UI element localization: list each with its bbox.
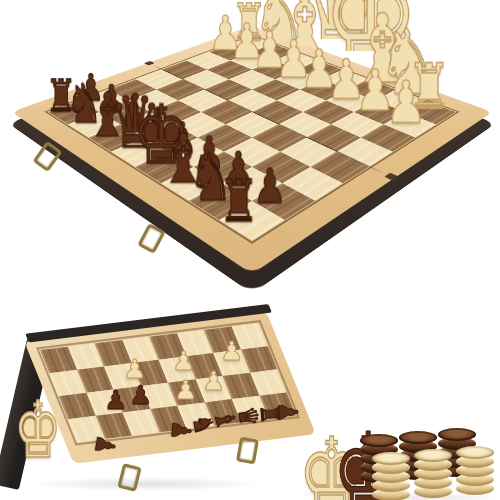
- piece-light-p: ♟: [230, 18, 254, 64]
- piece-light-p: ♟: [172, 348, 195, 374]
- main-board: ♜♞♝♛♚♝♞♜♟♟♟♟♟♟♟♟♟♟♟♟♟♟♟♟♜♞♝♛♚♝♞♜: [12, 25, 493, 274]
- piece-light-p: ♟: [327, 53, 355, 105]
- piece-light-p: ♟: [355, 63, 383, 117]
- checker-disc: [414, 458, 452, 471]
- checker-disc: [456, 455, 494, 468]
- piece-dark-p: ♟: [129, 382, 152, 408]
- brass-clasp-icon: [236, 437, 259, 465]
- checker-disc: [456, 446, 494, 459]
- checker-disc: [414, 485, 452, 498]
- checker-disc: [360, 443, 398, 456]
- folded-board-view: ♚ ♟♟♟♟♟♟♟♟♟♞♝♛♜♟: [0, 295, 300, 500]
- checker-disc: [360, 461, 398, 474]
- piece-light-p: ♟: [301, 44, 328, 95]
- checker-disc: [438, 437, 476, 450]
- checker-disc: [438, 428, 476, 441]
- checker-disc: [438, 446, 476, 459]
- checker-disc: [456, 473, 494, 486]
- piece-light-p: ♟: [386, 74, 415, 130]
- piece-light-p: ♟: [123, 356, 146, 382]
- checker-disc: [399, 431, 437, 444]
- checker-disc: [438, 455, 476, 468]
- piece-light-k: ♚: [298, 424, 365, 500]
- piece-light-p: ♟: [276, 35, 302, 84]
- shadow: [296, 490, 382, 499]
- checker-disc: [372, 470, 410, 483]
- folded-overlay: ♟♟♟♟♟♟♟♟♟♞♝♛♜♟: [0, 295, 300, 500]
- checker-disc: [360, 452, 398, 465]
- shadow: [360, 493, 500, 500]
- piece-dark-k: ♚: [332, 418, 404, 500]
- brass-clasp-icon: [117, 463, 141, 492]
- piece-dark-p: ♟: [91, 433, 120, 457]
- checker-disc: [456, 464, 494, 477]
- checker-disc: [372, 479, 410, 492]
- piece-dark-p: ♟: [275, 402, 301, 422]
- piece-dark-r: ♜: [219, 174, 256, 229]
- checker-disc: [399, 467, 437, 480]
- checker-disc: [372, 452, 410, 465]
- checker-disc: [399, 440, 437, 453]
- checker-disc: [414, 449, 452, 462]
- piece-light-p: ♟: [252, 26, 277, 74]
- piece-light-p: ♟: [202, 368, 225, 394]
- checker-disc: [438, 464, 476, 477]
- checker-disc: [414, 476, 452, 489]
- checker-disc: [399, 458, 437, 471]
- checker-disc: [456, 482, 494, 495]
- checker-disc: [360, 434, 398, 447]
- checker-disc: [399, 449, 437, 462]
- checker-disc: [360, 470, 398, 483]
- piece-light-p: ♟: [174, 377, 197, 403]
- product-photo: ♜♞♝♛♚♝♞♜♟♟♟♟♟♟♟♟♟♟♟♟♟♟♟♟♜♞♝♛♚♝♞♜ ♚ ♟♟♟♟♟…: [0, 0, 500, 500]
- checker-disc: [414, 467, 452, 480]
- piece-light-p: ♟: [220, 338, 243, 364]
- piece-dark-p: ♟: [104, 387, 127, 413]
- checker-disc: [372, 488, 410, 500]
- main-board-scene: ♜♞♝♛♚♝♞♜♟♟♟♟♟♟♟♟♟♟♟♟♟♟♟♟♜♞♝♛♚♝♞♜: [0, 0, 500, 300]
- checker-disc: [372, 461, 410, 474]
- main-board-face: ♜♞♝♛♚♝♞♜♟♟♟♟♟♟♟♟♟♟♟♟♟♟♟♟♜♞♝♛♚♝♞♜: [12, 25, 493, 274]
